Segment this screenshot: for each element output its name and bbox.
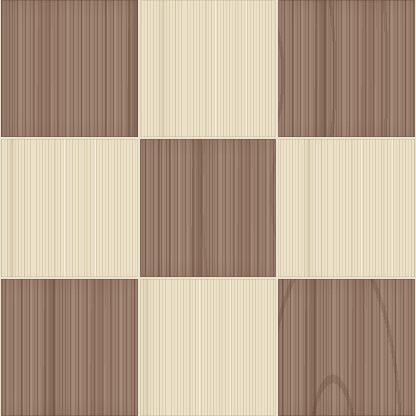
square-r2-c3[interactable] <box>278 139 415 276</box>
square-r3-c3[interactable] <box>278 279 415 416</box>
board <box>0 0 416 416</box>
square-r2-c1[interactable] <box>1 139 138 276</box>
square-r1-c1[interactable] <box>1 0 138 137</box>
square-r3-c1[interactable] <box>1 279 138 416</box>
square-r1-c2[interactable] <box>140 0 277 137</box>
square-r1-c3[interactable] <box>278 0 415 137</box>
square-r3-c2[interactable] <box>140 279 277 416</box>
square-r2-c2[interactable] <box>140 139 277 276</box>
